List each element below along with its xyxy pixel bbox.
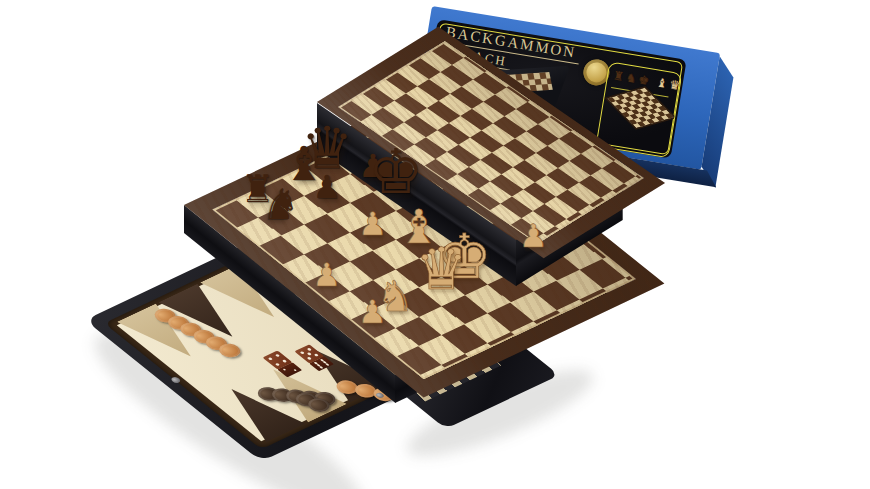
chess-piece-dark-knight[interactable]: ♞	[262, 184, 300, 226]
die-pip	[281, 359, 286, 362]
chess-piece-dark-king[interactable]: ♚	[368, 141, 424, 203]
chess-piece-light-pawn[interactable]: ♟	[519, 220, 548, 252]
die-pip	[299, 351, 304, 354]
label-panel-mini-board	[607, 88, 673, 128]
die-pip	[293, 369, 297, 372]
chess-piece-light-pawn[interactable]: ♟	[312, 259, 341, 291]
die-pip	[307, 347, 312, 350]
label-panel-pieces-light: ♝♛♟	[656, 75, 683, 95]
die-pip	[314, 353, 319, 356]
die-pip	[282, 368, 286, 371]
die-pip	[319, 366, 323, 369]
die-pip	[307, 352, 312, 355]
retail-box-side	[702, 56, 734, 188]
chess-piece-light-pawn[interactable]: ♟	[358, 296, 387, 328]
die-pip	[325, 363, 329, 366]
die-pip	[307, 357, 312, 360]
die-pip	[275, 354, 280, 357]
chess-piece-dark-pawn[interactable]: ♟	[313, 171, 342, 203]
die-pip	[268, 357, 273, 360]
label-panel-pieces-dark: ♜♞♚	[612, 68, 652, 88]
product-photo-stage: Backgammon Schach Dame ♜♞♚ ♝♛♟	[0, 0, 870, 489]
chess-piece-light-queen[interactable]: ♛	[415, 240, 467, 298]
die-pip	[275, 362, 280, 365]
chess-piece-light-pawn[interactable]: ♟	[358, 208, 387, 240]
